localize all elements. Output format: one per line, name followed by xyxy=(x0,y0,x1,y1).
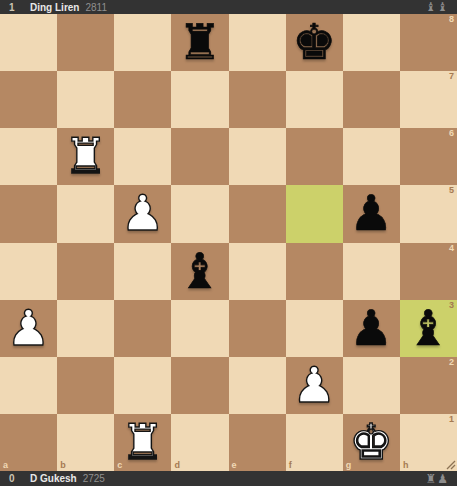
square-b3[interactable] xyxy=(57,300,114,357)
square-f1[interactable]: f xyxy=(286,414,343,471)
square-h5[interactable]: 5 xyxy=(400,185,457,242)
square-b6[interactable]: ♜ xyxy=(57,128,114,185)
square-a7[interactable] xyxy=(0,71,57,128)
file-coordinate-g: g xyxy=(346,461,352,470)
square-e2[interactable] xyxy=(229,357,286,414)
square-g6[interactable] xyxy=(343,128,400,185)
square-d5[interactable] xyxy=(171,185,228,242)
square-a2[interactable] xyxy=(0,357,57,414)
black-bishop[interactable]: ♝ xyxy=(406,300,450,357)
square-d1[interactable]: d xyxy=(171,414,228,471)
bottom-player-bar: 0 D Gukesh 2725 ♜♟ xyxy=(0,471,457,486)
square-c5[interactable]: ♟ xyxy=(114,185,171,242)
square-a4[interactable] xyxy=(0,243,57,300)
square-b4[interactable] xyxy=(57,243,114,300)
black-pawn[interactable]: ♟ xyxy=(349,185,393,242)
square-f8[interactable]: ♚ xyxy=(286,14,343,71)
square-b2[interactable] xyxy=(57,357,114,414)
file-coordinate-a: a xyxy=(3,461,8,470)
square-h7[interactable]: 7 xyxy=(400,71,457,128)
square-g3[interactable]: ♟ xyxy=(343,300,400,357)
square-d7[interactable] xyxy=(171,71,228,128)
file-coordinate-h: h xyxy=(403,461,409,470)
black-bishop[interactable]: ♝ xyxy=(178,243,222,300)
square-c6[interactable] xyxy=(114,128,171,185)
top-player-score: 1 xyxy=(9,2,30,13)
pawn-icon: ♟ xyxy=(437,473,448,485)
white-pawn[interactable]: ♟ xyxy=(292,357,336,414)
rank-coordinate-6: 6 xyxy=(449,129,454,138)
square-b7[interactable] xyxy=(57,71,114,128)
square-h3[interactable]: ♝3 xyxy=(400,300,457,357)
square-a8[interactable] xyxy=(0,14,57,71)
square-b1[interactable]: b xyxy=(57,414,114,471)
square-g1[interactable]: ♚g xyxy=(343,414,400,471)
square-d6[interactable] xyxy=(171,128,228,185)
white-king[interactable]: ♚ xyxy=(349,414,393,471)
white-pawn[interactable]: ♟ xyxy=(7,300,51,357)
square-b5[interactable] xyxy=(57,185,114,242)
square-f2[interactable]: ♟ xyxy=(286,357,343,414)
file-coordinate-e: e xyxy=(232,461,237,470)
rank-coordinate-1: 1 xyxy=(449,415,454,424)
top-player-rating: 2811 xyxy=(85,2,107,13)
file-coordinate-b: b xyxy=(60,461,66,470)
square-e5[interactable] xyxy=(229,185,286,242)
square-f4[interactable] xyxy=(286,243,343,300)
square-f3[interactable] xyxy=(286,300,343,357)
square-f5[interactable] xyxy=(286,185,343,242)
file-coordinate-f: f xyxy=(289,461,292,470)
rank-coordinate-5: 5 xyxy=(449,186,454,195)
black-pawn[interactable]: ♟ xyxy=(349,300,393,357)
bottom-player-rating: 2725 xyxy=(83,473,105,484)
square-c8[interactable] xyxy=(114,14,171,71)
square-a6[interactable] xyxy=(0,128,57,185)
square-e7[interactable] xyxy=(229,71,286,128)
bottom-player-name[interactable]: D Gukesh xyxy=(30,473,77,484)
square-g2[interactable] xyxy=(343,357,400,414)
file-coordinate-d: d xyxy=(174,461,180,470)
square-f6[interactable] xyxy=(286,128,343,185)
square-h8[interactable]: 8 xyxy=(400,14,457,71)
square-d3[interactable] xyxy=(171,300,228,357)
square-c4[interactable] xyxy=(114,243,171,300)
board-resize-handle[interactable] xyxy=(445,459,456,470)
rook-icon: ♜ xyxy=(425,473,436,485)
square-e6[interactable] xyxy=(229,128,286,185)
square-c3[interactable] xyxy=(114,300,171,357)
square-d2[interactable] xyxy=(171,357,228,414)
square-e4[interactable] xyxy=(229,243,286,300)
white-rook[interactable]: ♜ xyxy=(121,414,165,471)
square-g5[interactable]: ♟ xyxy=(343,185,400,242)
square-a5[interactable] xyxy=(0,185,57,242)
white-pawn[interactable]: ♟ xyxy=(121,185,165,242)
square-d4[interactable]: ♝ xyxy=(171,243,228,300)
square-a3[interactable]: ♟ xyxy=(0,300,57,357)
bottom-player-material: ♜♟ xyxy=(425,473,448,485)
white-rook[interactable]: ♜ xyxy=(64,128,108,185)
rank-coordinate-3: 3 xyxy=(449,301,454,310)
square-b8[interactable] xyxy=(57,14,114,71)
top-player-name[interactable]: Ding Liren xyxy=(30,2,79,13)
chess-board[interactable]: ♜♚87♜6♟♟5♝4♟♟♝3♟2ab♜cdef♚g1h xyxy=(0,14,457,471)
rank-coordinate-2: 2 xyxy=(449,358,454,367)
rank-coordinate-7: 7 xyxy=(449,72,454,81)
square-f7[interactable] xyxy=(286,71,343,128)
black-rook[interactable]: ♜ xyxy=(178,14,222,71)
rank-coordinate-4: 4 xyxy=(449,244,454,253)
bishop-icon: ♝ xyxy=(437,1,448,13)
chess-tv-app: 1 Ding Liren 2811 ♝♝ ♜♚87♜6♟♟5♝4♟♟♝3♟2ab… xyxy=(0,0,457,486)
square-h6[interactable]: 6 xyxy=(400,128,457,185)
black-king[interactable]: ♚ xyxy=(292,14,336,71)
bishop-icon: ♝ xyxy=(425,1,436,13)
square-g4[interactable] xyxy=(343,243,400,300)
square-c1[interactable]: ♜c xyxy=(114,414,171,471)
square-h4[interactable]: 4 xyxy=(400,243,457,300)
square-a1[interactable]: a xyxy=(0,414,57,471)
top-player-bar: 1 Ding Liren 2811 ♝♝ xyxy=(0,0,457,14)
file-coordinate-c: c xyxy=(117,461,122,470)
square-e3[interactable] xyxy=(229,300,286,357)
square-g7[interactable] xyxy=(343,71,400,128)
square-g8[interactable] xyxy=(343,14,400,71)
rank-coordinate-8: 8 xyxy=(449,15,454,24)
bottom-player-score: 0 xyxy=(9,473,30,484)
square-h2[interactable]: 2 xyxy=(400,357,457,414)
square-c7[interactable] xyxy=(114,71,171,128)
square-e8[interactable] xyxy=(229,14,286,71)
square-c2[interactable] xyxy=(114,357,171,414)
square-d8[interactable]: ♜ xyxy=(171,14,228,71)
top-player-material: ♝♝ xyxy=(425,1,448,13)
square-e1[interactable]: e xyxy=(229,414,286,471)
